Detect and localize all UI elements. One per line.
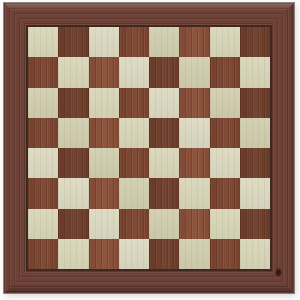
square-a1[interactable]: [28, 239, 58, 269]
square-f1[interactable]: [179, 239, 209, 269]
square-g4[interactable]: [210, 148, 240, 178]
square-c2[interactable]: [89, 209, 119, 239]
square-c4[interactable]: [89, 148, 119, 178]
square-h8[interactable]: [240, 27, 270, 57]
square-c1[interactable]: [89, 239, 119, 269]
square-e8[interactable]: [149, 27, 179, 57]
square-b4[interactable]: [58, 148, 88, 178]
square-g6[interactable]: [210, 88, 240, 118]
board-frame-bottom: [4, 271, 294, 293]
square-g5[interactable]: [210, 118, 240, 148]
square-a6[interactable]: [28, 88, 58, 118]
square-b6[interactable]: [58, 88, 88, 118]
wood-knot: [275, 268, 282, 277]
square-e4[interactable]: [149, 148, 179, 178]
square-c5[interactable]: [89, 118, 119, 148]
square-a8[interactable]: [28, 27, 58, 57]
square-b1[interactable]: [58, 239, 88, 269]
square-c6[interactable]: [89, 88, 119, 118]
square-c8[interactable]: [89, 27, 119, 57]
square-f2[interactable]: [179, 209, 209, 239]
square-f5[interactable]: [179, 118, 209, 148]
square-a7[interactable]: [28, 57, 58, 87]
square-h3[interactable]: [240, 178, 270, 208]
square-e1[interactable]: [149, 239, 179, 269]
square-g1[interactable]: [210, 239, 240, 269]
square-a4[interactable]: [28, 148, 58, 178]
square-d6[interactable]: [119, 88, 149, 118]
square-d4[interactable]: [119, 148, 149, 178]
square-a5[interactable]: [28, 118, 58, 148]
square-f6[interactable]: [179, 88, 209, 118]
board-grid: [28, 27, 270, 269]
square-b7[interactable]: [58, 57, 88, 87]
square-b2[interactable]: [58, 209, 88, 239]
board-frame-left: [4, 3, 26, 293]
square-f7[interactable]: [179, 57, 209, 87]
square-b5[interactable]: [58, 118, 88, 148]
square-f4[interactable]: [179, 148, 209, 178]
product-photo: [0, 0, 300, 300]
square-h1[interactable]: [240, 239, 270, 269]
square-f3[interactable]: [179, 178, 209, 208]
square-d7[interactable]: [119, 57, 149, 87]
square-h6[interactable]: [240, 88, 270, 118]
square-c3[interactable]: [89, 178, 119, 208]
square-h2[interactable]: [240, 209, 270, 239]
square-d2[interactable]: [119, 209, 149, 239]
square-a2[interactable]: [28, 209, 58, 239]
square-h7[interactable]: [240, 57, 270, 87]
square-g2[interactable]: [210, 209, 240, 239]
board-frame-top: [4, 3, 294, 25]
square-g3[interactable]: [210, 178, 240, 208]
square-f8[interactable]: [179, 27, 209, 57]
board-frame-right: [272, 3, 294, 293]
square-d8[interactable]: [119, 27, 149, 57]
square-d3[interactable]: [119, 178, 149, 208]
square-e6[interactable]: [149, 88, 179, 118]
square-h5[interactable]: [240, 118, 270, 148]
square-g7[interactable]: [210, 57, 240, 87]
square-e2[interactable]: [149, 209, 179, 239]
square-b3[interactable]: [58, 178, 88, 208]
chess-board: [4, 3, 294, 293]
square-e7[interactable]: [149, 57, 179, 87]
board-playfield: [26, 25, 272, 271]
square-a3[interactable]: [28, 178, 58, 208]
square-e3[interactable]: [149, 178, 179, 208]
square-g8[interactable]: [210, 27, 240, 57]
square-e5[interactable]: [149, 118, 179, 148]
square-d1[interactable]: [119, 239, 149, 269]
square-b8[interactable]: [58, 27, 88, 57]
square-c7[interactable]: [89, 57, 119, 87]
square-d5[interactable]: [119, 118, 149, 148]
square-h4[interactable]: [240, 148, 270, 178]
